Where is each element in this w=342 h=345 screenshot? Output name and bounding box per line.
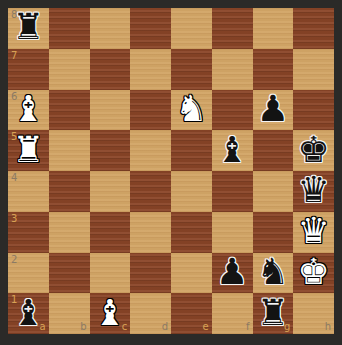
square-a2[interactable]: 2: [8, 253, 49, 294]
square-b3[interactable]: [49, 212, 90, 253]
square-f8[interactable]: [212, 8, 253, 49]
piece-black-king-h5[interactable]: ♚: [297, 132, 329, 168]
file-label-b: b: [80, 322, 86, 332]
square-b8[interactable]: [49, 8, 90, 49]
square-h7[interactable]: [293, 49, 334, 90]
piece-white-bishop-a6[interactable]: ♝: [12, 91, 44, 127]
square-b5[interactable]: [49, 130, 90, 171]
square-d2[interactable]: [130, 253, 171, 294]
square-g6[interactable]: ♟: [253, 90, 294, 131]
square-h2[interactable]: ♚: [293, 253, 334, 294]
square-a6[interactable]: 6♝: [8, 90, 49, 131]
piece-white-knight-e6[interactable]: ♞: [175, 91, 207, 127]
square-f7[interactable]: [212, 49, 253, 90]
square-h8[interactable]: [293, 8, 334, 49]
piece-white-rook-a5[interactable]: ♜: [12, 132, 44, 168]
piece-black-pawn-g6[interactable]: ♟: [257, 91, 289, 127]
rank-label-7: 7: [11, 51, 17, 61]
square-a1[interactable]: 1a♝: [8, 293, 49, 334]
square-c4[interactable]: [90, 171, 131, 212]
square-h3[interactable]: ♛: [293, 212, 334, 253]
square-a7[interactable]: 7: [8, 49, 49, 90]
square-e4[interactable]: [171, 171, 212, 212]
square-b2[interactable]: [49, 253, 90, 294]
square-a3[interactable]: 3: [8, 212, 49, 253]
piece-black-bishop-a1[interactable]: ♝: [12, 295, 44, 331]
square-d5[interactable]: [130, 130, 171, 171]
square-h4[interactable]: ♛: [293, 171, 334, 212]
square-e3[interactable]: [171, 212, 212, 253]
piece-white-king-h2[interactable]: ♚: [297, 254, 329, 290]
piece-black-queen-h4[interactable]: ♛: [297, 172, 329, 208]
square-h1[interactable]: h: [293, 293, 334, 334]
square-f5[interactable]: ♝: [212, 130, 253, 171]
rank-label-2: 2: [11, 255, 17, 265]
square-b4[interactable]: [49, 171, 90, 212]
square-g5[interactable]: [253, 130, 294, 171]
piece-black-bishop-f5[interactable]: ♝: [216, 132, 248, 168]
square-d4[interactable]: [130, 171, 171, 212]
square-b7[interactable]: [49, 49, 90, 90]
square-h6[interactable]: [293, 90, 334, 131]
square-c1[interactable]: c♝: [90, 293, 131, 334]
square-a8[interactable]: 8♜: [8, 8, 49, 49]
piece-white-queen-h3[interactable]: ♛: [297, 213, 329, 249]
square-c2[interactable]: [90, 253, 131, 294]
square-g1[interactable]: g♜: [253, 293, 294, 334]
square-a5[interactable]: 5♜: [8, 130, 49, 171]
square-g3[interactable]: [253, 212, 294, 253]
square-f3[interactable]: [212, 212, 253, 253]
square-e1[interactable]: e: [171, 293, 212, 334]
rank-label-3: 3: [11, 214, 17, 224]
rank-label-4: 4: [11, 173, 17, 183]
square-g8[interactable]: [253, 8, 294, 49]
square-e6[interactable]: ♞: [171, 90, 212, 131]
square-c5[interactable]: [90, 130, 131, 171]
square-c3[interactable]: [90, 212, 131, 253]
square-d8[interactable]: [130, 8, 171, 49]
square-e2[interactable]: [171, 253, 212, 294]
square-d6[interactable]: [130, 90, 171, 131]
file-label-d: d: [162, 322, 168, 332]
piece-white-bishop-c1[interactable]: ♝: [94, 295, 126, 331]
square-e5[interactable]: [171, 130, 212, 171]
square-b1[interactable]: b: [49, 293, 90, 334]
square-e7[interactable]: [171, 49, 212, 90]
piece-black-knight-g2[interactable]: ♞: [257, 254, 289, 290]
board-frame: 8♜76♝♞♟5♜♝♚4♛3♛2♟♞♚1a♝bc♝defg♜h: [0, 0, 342, 345]
square-d7[interactable]: [130, 49, 171, 90]
square-c7[interactable]: [90, 49, 131, 90]
square-f1[interactable]: f: [212, 293, 253, 334]
square-f6[interactable]: [212, 90, 253, 131]
square-c6[interactable]: [90, 90, 131, 131]
piece-black-pawn-f2[interactable]: ♟: [216, 254, 248, 290]
square-d1[interactable]: d: [130, 293, 171, 334]
square-f2[interactable]: ♟: [212, 253, 253, 294]
square-h5[interactable]: ♚: [293, 130, 334, 171]
square-d3[interactable]: [130, 212, 171, 253]
square-b6[interactable]: [49, 90, 90, 131]
square-a4[interactable]: 4: [8, 171, 49, 212]
file-label-e: e: [203, 322, 209, 332]
square-g2[interactable]: ♞: [253, 253, 294, 294]
piece-black-rook-g1[interactable]: ♜: [257, 295, 289, 331]
square-e8[interactable]: [171, 8, 212, 49]
square-g7[interactable]: [253, 49, 294, 90]
file-label-f: f: [246, 322, 250, 332]
square-f4[interactable]: [212, 171, 253, 212]
piece-black-rook-a8[interactable]: ♜: [12, 9, 44, 45]
chess-board: 8♜76♝♞♟5♜♝♚4♛3♛2♟♞♚1a♝bc♝defg♜h: [8, 8, 334, 334]
square-c8[interactable]: [90, 8, 131, 49]
square-g4[interactable]: [253, 171, 294, 212]
file-label-h: h: [325, 322, 331, 332]
